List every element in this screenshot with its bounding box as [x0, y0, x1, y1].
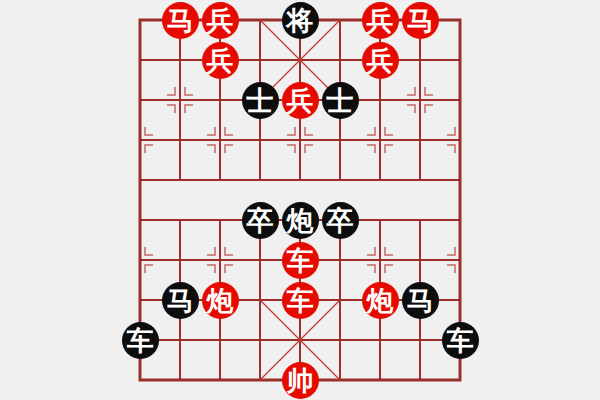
- red-chariot-glyph: 车: [282, 242, 319, 279]
- piece-red-cannon[interactable]: 炮: [360, 280, 400, 320]
- piece-red-soldier[interactable]: 兵: [360, 40, 400, 80]
- red-general-glyph: 帅: [282, 362, 319, 399]
- piece-red-soldier[interactable]: 兵: [360, 0, 400, 40]
- piece-red-horse[interactable]: 马: [160, 0, 200, 40]
- piece-black-cannon[interactable]: 炮: [280, 200, 320, 240]
- black-horse-glyph: 马: [162, 282, 199, 319]
- red-cannon-glyph: 炮: [202, 282, 239, 319]
- piece-red-soldier[interactable]: 兵: [200, 40, 240, 80]
- black-chariot-glyph: 车: [442, 322, 479, 359]
- piece-red-cannon[interactable]: 炮: [200, 280, 240, 320]
- red-soldier-glyph: 兵: [202, 2, 239, 39]
- black-chariot-glyph: 车: [122, 322, 159, 359]
- piece-black-chariot[interactable]: 车: [440, 320, 480, 360]
- xiangqi-app: 马兵将兵马兵兵士兵士卒炮卒车马炮车炮马车车帅: [0, 0, 600, 400]
- piece-red-soldier[interactable]: 兵: [200, 0, 240, 40]
- black-soldier-glyph: 卒: [322, 202, 359, 239]
- piece-red-horse[interactable]: 马: [400, 0, 440, 40]
- piece-black-horse[interactable]: 马: [160, 280, 200, 320]
- black-advisor-glyph: 士: [242, 82, 279, 119]
- piece-black-soldier[interactable]: 卒: [240, 200, 280, 240]
- black-horse-glyph: 马: [402, 282, 439, 319]
- piece-black-advisor[interactable]: 士: [240, 80, 280, 120]
- black-soldier-glyph: 卒: [242, 202, 279, 239]
- red-soldier-glyph: 兵: [362, 2, 399, 39]
- piece-red-chariot[interactable]: 车: [280, 280, 320, 320]
- piece-red-soldier[interactable]: 兵: [280, 80, 320, 120]
- piece-black-soldier[interactable]: 卒: [320, 200, 360, 240]
- piece-black-chariot[interactable]: 车: [120, 320, 160, 360]
- red-horse-glyph: 马: [402, 2, 439, 39]
- piece-red-general[interactable]: 帅: [280, 360, 320, 400]
- red-cannon-glyph: 炮: [362, 282, 399, 319]
- red-soldier-glyph: 兵: [282, 82, 319, 119]
- red-chariot-glyph: 车: [282, 282, 319, 319]
- red-soldier-glyph: 兵: [362, 42, 399, 79]
- black-cannon-glyph: 炮: [282, 202, 319, 239]
- piece-red-chariot[interactable]: 车: [280, 240, 320, 280]
- red-soldier-glyph: 兵: [202, 42, 239, 79]
- black-advisor-glyph: 士: [322, 82, 359, 119]
- piece-black-horse[interactable]: 马: [400, 280, 440, 320]
- piece-black-advisor[interactable]: 士: [320, 80, 360, 120]
- piece-black-general[interactable]: 将: [280, 0, 320, 40]
- piece-grid: 马兵将兵马兵兵士兵士卒炮卒车马炮车炮马车车帅: [120, 0, 480, 400]
- black-general-glyph: 将: [282, 2, 319, 39]
- red-horse-glyph: 马: [162, 2, 199, 39]
